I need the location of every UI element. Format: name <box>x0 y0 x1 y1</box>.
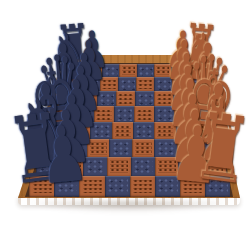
square-r2c3 <box>116 91 136 107</box>
square-r2c4 <box>135 91 155 107</box>
piece-terracotta-rook: ♜ <box>190 103 250 196</box>
board-ground-shadow <box>26 201 232 213</box>
square-r6c4 <box>131 157 155 177</box>
square-r0c4 <box>137 64 155 78</box>
square-r1c4 <box>136 77 155 92</box>
square-r3c3 <box>114 106 135 123</box>
square-r5c3 <box>109 139 132 158</box>
square-r7c3 <box>105 176 131 197</box>
square-r4c4 <box>133 122 155 140</box>
square-r7c4 <box>130 176 156 197</box>
square-r0c3 <box>119 64 137 78</box>
chess-set-photo: ♜♞♝♛♚♝♞♜♟♟♟♟♟♟♟♟♟♟♟♟♟♟♟♟♜♞♝♛♚♝♞♜ <box>0 0 250 250</box>
piece-blue-pawn: ♟ <box>36 117 90 194</box>
square-r5c4 <box>132 139 155 158</box>
square-r1c3 <box>118 77 137 92</box>
square-r4c3 <box>112 122 134 140</box>
square-r3c4 <box>134 106 155 123</box>
square-r6c3 <box>107 157 131 177</box>
